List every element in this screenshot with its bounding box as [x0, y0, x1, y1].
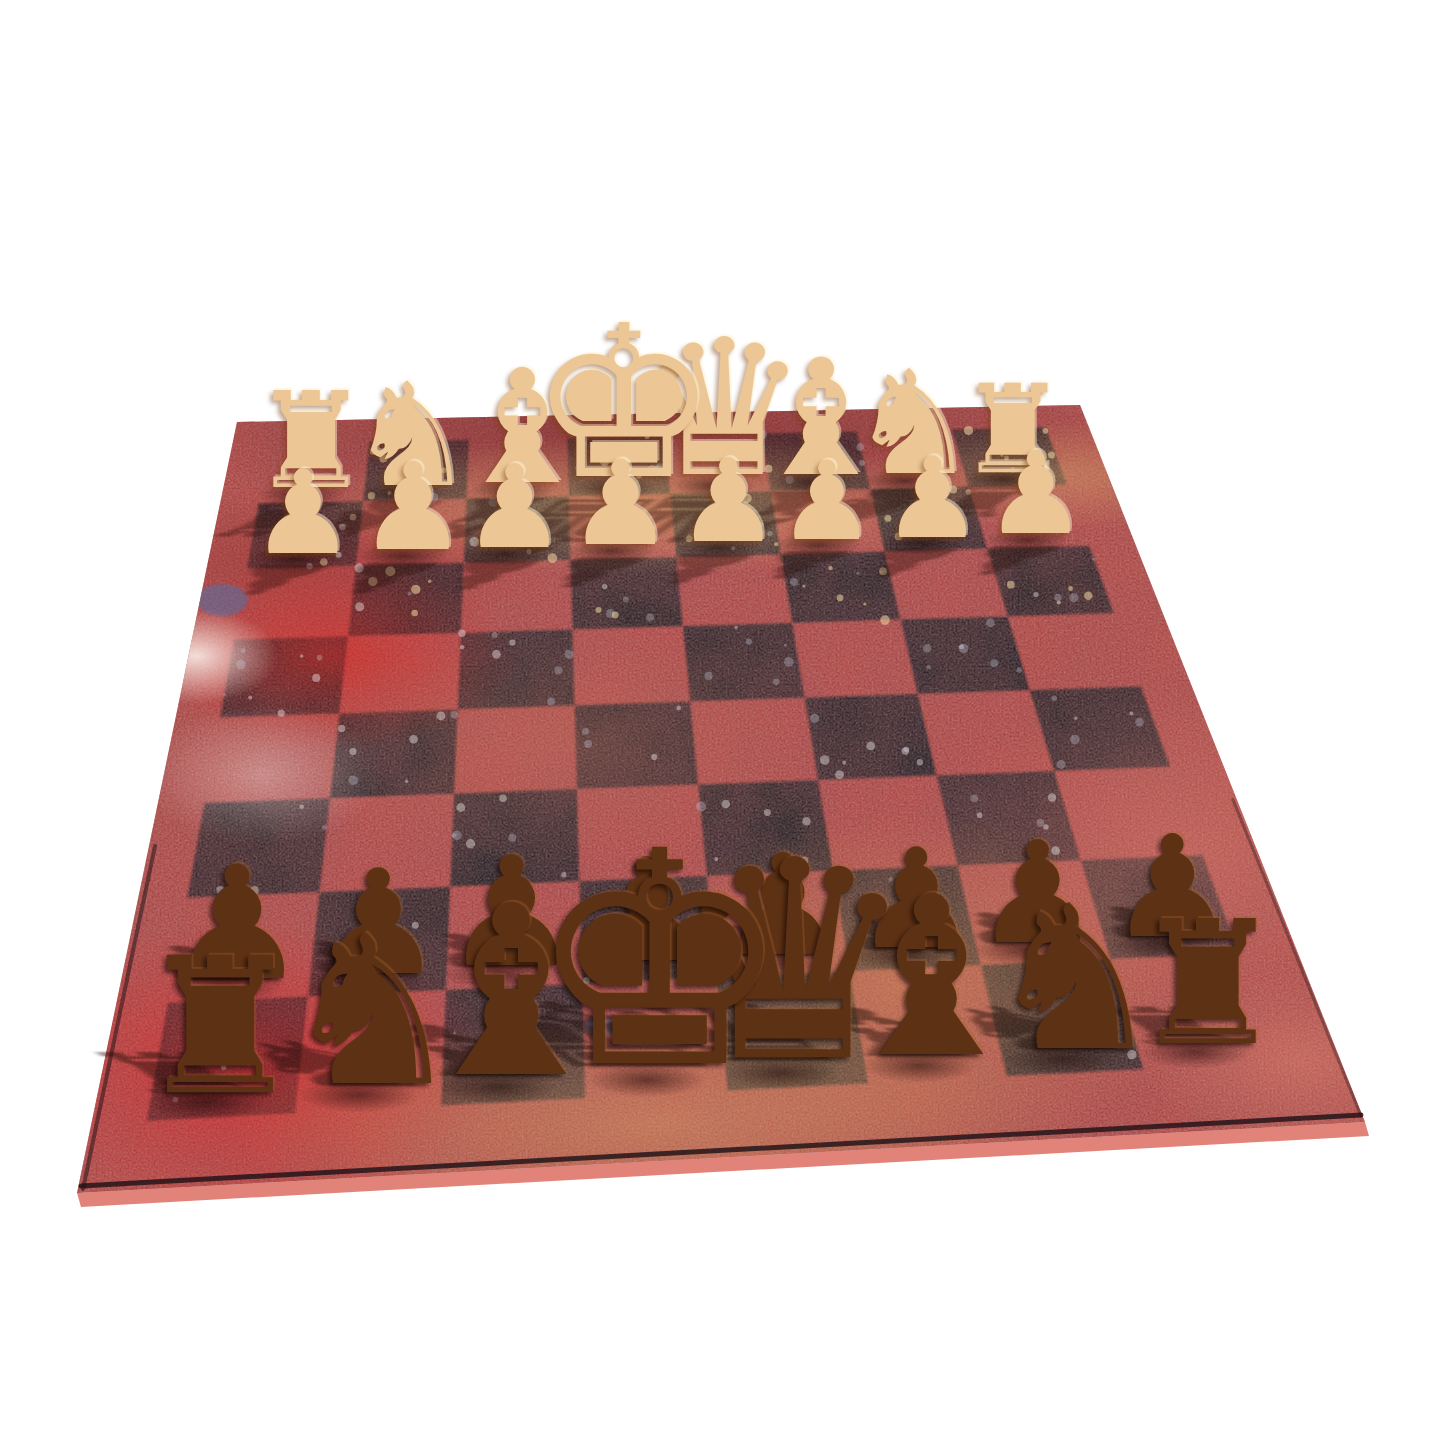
blue-smudge [584, 1016, 616, 1036]
splatter-dot [835, 770, 844, 779]
splatter-dot [349, 748, 356, 755]
splatter-dot [1042, 428, 1048, 434]
splatter-dot [826, 475, 836, 485]
splatter-dot [820, 755, 830, 765]
splatter-dot [646, 613, 654, 621]
splatter-dot [412, 922, 419, 929]
splatter-dot [411, 610, 418, 617]
splatter-dot [460, 645, 464, 649]
paint-overlay [300, 625, 820, 865]
splatter-dot [1057, 600, 1061, 604]
splatter-dot [388, 491, 392, 495]
splatter-dot [790, 578, 798, 586]
splatter-dot [583, 977, 590, 984]
splatter-dot [452, 831, 462, 841]
splatter-dot [801, 857, 809, 865]
splatter-dot [957, 527, 963, 533]
splatter-dot [223, 693, 226, 696]
splatter-dot [284, 532, 293, 541]
splatter-dot [966, 489, 972, 495]
splatter-dot [774, 542, 778, 546]
paint-overlay [114, 608, 278, 704]
splatter-dot [322, 825, 327, 830]
splatter-dot [1048, 793, 1056, 801]
splatter-dot [541, 532, 548, 539]
splatter-dot [885, 515, 892, 522]
splatter-dot [1129, 712, 1133, 716]
splatter-dot [575, 463, 584, 472]
splatter-dot [1077, 1038, 1084, 1045]
splatter-dot [469, 537, 479, 547]
splatter-dot [1043, 824, 1049, 830]
splatter-dot [836, 461, 841, 466]
splatter-dot [651, 754, 657, 760]
splatter-dot [547, 697, 555, 705]
splatter-dot [705, 672, 713, 680]
splatter-dot [241, 648, 246, 653]
splatter-dot [248, 695, 252, 699]
splatter-dot [456, 803, 465, 812]
splatter-dot [767, 531, 772, 536]
blue-smudge [196, 584, 248, 616]
splatter-dot [355, 602, 364, 611]
splatter-dot [1084, 592, 1092, 600]
splatter-dot [338, 725, 345, 732]
splatter-dot [236, 660, 246, 670]
splatter-dot [1074, 716, 1078, 720]
splatter-dot [813, 976, 817, 980]
splatter-dot [1092, 558, 1095, 561]
splatter-dot [1127, 1050, 1136, 1059]
splatter-dot [856, 572, 859, 575]
splatter-dot [453, 1031, 456, 1034]
splatter-dot [986, 619, 995, 628]
splatter-dot [802, 817, 810, 825]
splatter-dot [466, 839, 475, 848]
splatter-dot [1037, 465, 1044, 472]
splatter-dot [339, 524, 346, 531]
splatter-dot [926, 665, 931, 670]
splatter-dot [1069, 593, 1078, 602]
splatter-dot [722, 800, 731, 809]
splatter-dot [731, 546, 735, 550]
splatter-dot [784, 657, 794, 667]
splatter-dot [437, 712, 446, 721]
splatter-dot [1040, 473, 1047, 480]
splatter-dot [312, 674, 320, 682]
splatter-dot [1017, 667, 1022, 672]
splatter-dot [1070, 735, 1080, 745]
splatter-dot [773, 678, 780, 685]
splatter-dot [1057, 760, 1066, 769]
splatter-dot [786, 476, 794, 484]
splatter-dot [361, 983, 370, 992]
splatter-dot [320, 558, 328, 566]
splatter-dot [895, 533, 903, 541]
splatter-dot [990, 659, 998, 667]
splatter-dot [441, 468, 447, 474]
splatter-dot [636, 473, 641, 478]
splatter-dot [764, 809, 771, 816]
chess-board [0, 0, 1445, 1445]
splatter-dot [1205, 946, 1209, 950]
splatter-dot [971, 794, 979, 802]
splatter-dot [408, 591, 412, 595]
splatter-dot [250, 886, 259, 895]
splatter-dot [336, 552, 342, 558]
splatter-dot [458, 630, 465, 637]
splatter-dot [837, 594, 844, 601]
splatter-dot [492, 650, 501, 659]
splatter-dot [977, 812, 983, 818]
splatter-dot [1031, 845, 1040, 854]
splatter-dot [647, 465, 657, 475]
splatter-dot [923, 644, 931, 652]
splatter-dot [527, 549, 532, 554]
splatter-dot [698, 521, 707, 530]
splatter-dot [759, 522, 764, 527]
splatter-dot [379, 454, 387, 462]
splatter-dot [810, 714, 819, 723]
splatter-dot [548, 553, 558, 563]
paint-overlay [865, 420, 1245, 530]
splatter-dot [917, 759, 923, 765]
splatter-dot [450, 711, 457, 718]
splatter-dot [959, 644, 969, 654]
splatter-dot [221, 1065, 226, 1070]
splatter-dot [729, 1047, 734, 1052]
splatter-dot [306, 563, 312, 569]
splatter-dot [411, 585, 420, 594]
splatter-dot [385, 566, 395, 576]
splatter-dot [1068, 586, 1073, 591]
splatter-dot [825, 1049, 834, 1058]
splatter-dot [742, 494, 751, 503]
splatter-dot [949, 485, 957, 493]
splatter-dot [370, 449, 376, 455]
splatter-dot [596, 607, 602, 613]
splatter-dot [584, 740, 592, 748]
splatter-dot [696, 802, 706, 812]
splatter-dot [863, 602, 866, 605]
splatter-dot [623, 596, 629, 602]
paint-overlays [0, 337, 1445, 1240]
splatter-dot [924, 909, 928, 913]
splatter-dot [654, 949, 658, 953]
splatter-dot [1033, 592, 1038, 597]
splatter-dot [1000, 454, 1003, 457]
splatter-dot [349, 775, 359, 785]
splatter-dot [1052, 696, 1057, 701]
splatter-dot [1004, 456, 1009, 461]
splatter-dot [1054, 594, 1061, 601]
splatter-dot [299, 805, 304, 810]
splatter-dot [964, 426, 973, 435]
splatter-dot [216, 886, 224, 894]
splatter-dot [492, 632, 498, 638]
splatter-dot [879, 567, 887, 575]
splatter-dot [1007, 581, 1015, 589]
splatter-dot [828, 566, 833, 571]
splatter-dot [734, 626, 737, 629]
splatter-dot [354, 563, 363, 572]
splatter-dot [405, 780, 409, 784]
splatter-dot [902, 747, 910, 755]
splatter-dot [300, 654, 303, 657]
splatter-dot [746, 639, 752, 645]
splatter-dot [686, 535, 693, 542]
splatter-dot [600, 457, 610, 467]
splatter-dot [602, 584, 607, 589]
splatter-dot [409, 735, 418, 744]
splatter-dot [803, 585, 806, 588]
splatter-dot [813, 462, 819, 468]
splatter-dot [888, 877, 892, 881]
splatter-dot [368, 492, 375, 499]
splatter-dot [856, 443, 864, 451]
paint-overlay [935, 685, 1435, 1025]
splatter-dot [368, 577, 377, 586]
splatter-dot [1048, 451, 1055, 458]
splatter-dot [434, 468, 440, 474]
splatter-dot [561, 872, 566, 877]
splatter-dot [428, 580, 431, 583]
splatter-dot [245, 1057, 254, 1066]
splatter-dot [842, 761, 846, 765]
splatter-dot [656, 463, 664, 471]
splatter-dot [1051, 846, 1060, 855]
splatter-dot [564, 650, 573, 659]
splatter-dot [645, 434, 650, 439]
splatter-dot [1010, 467, 1016, 473]
blue-smudge [492, 888, 532, 912]
splatter-dot [866, 741, 875, 750]
splatter-dot [491, 528, 499, 536]
splatter-dot [317, 655, 323, 661]
splatter-dot [488, 498, 497, 507]
paint-overlay [230, 1010, 1090, 1240]
splatter-dot [582, 728, 589, 735]
splatter-dot [579, 442, 584, 447]
splatter-dot [509, 639, 515, 645]
splatter-dot [350, 514, 356, 520]
splatter-dot [391, 467, 401, 477]
splatter-dot [765, 465, 773, 473]
splatter-dot [173, 1097, 179, 1103]
splatter-dot [714, 857, 718, 861]
splatter-dot [758, 431, 767, 440]
splatter-dot [859, 460, 865, 466]
splatter-dot [429, 493, 438, 502]
splatter-dot [1037, 819, 1045, 827]
splatter-dot [278, 710, 285, 717]
splatter-dot [508, 834, 516, 842]
splatter-dot [676, 706, 681, 711]
chessboard-photo-scene: ♜♜♞♞♝♝♛♛♚♚♝♝♞♞♜♜♟♟♟♟♟♟♟♟♟♟♟♟♟♟♟♟♟♟♟♟♟♟♟♟… [0, 0, 1445, 1445]
splatter-dot [612, 612, 619, 619]
splatter-dot [499, 794, 507, 802]
splatter-dot [784, 644, 787, 647]
splatter-dot [1135, 718, 1144, 727]
splatter-dot [554, 666, 562, 674]
splatter-dot [880, 615, 890, 625]
splatter-dot [627, 452, 635, 460]
